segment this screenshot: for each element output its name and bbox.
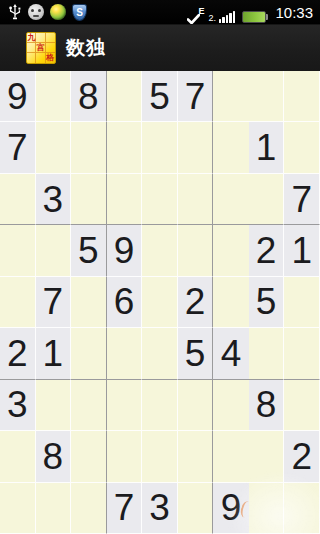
status-icons-right: E 2. 10:33 bbox=[187, 0, 316, 25]
app-icon-cell: 宫 bbox=[36, 43, 45, 53]
cell-r9c8[interactable] bbox=[249, 483, 285, 534]
signal-bars-icon bbox=[219, 11, 236, 23]
cell-r2c3[interactable] bbox=[71, 122, 107, 173]
robot-icon bbox=[28, 4, 44, 20]
cell-r4c4: 9 bbox=[107, 225, 143, 276]
cell-r9c4: 7 bbox=[107, 483, 143, 534]
cell-r8c9: 2 bbox=[284, 431, 320, 482]
status-icons-left: S bbox=[8, 4, 87, 21]
title-bar: 九 宫 格 数独 bbox=[0, 25, 320, 71]
cell-r9c3[interactable] bbox=[71, 483, 107, 534]
app-icon-cell bbox=[27, 43, 36, 53]
cell-r1c3: 8 bbox=[71, 71, 107, 122]
cell-r9c2[interactable] bbox=[36, 483, 72, 534]
cell-r4c1[interactable] bbox=[0, 225, 36, 276]
cell-r3c4[interactable] bbox=[107, 174, 143, 225]
cell-r1c4[interactable] bbox=[107, 71, 143, 122]
cell-r6c4[interactable] bbox=[107, 328, 143, 379]
cell-r8c5[interactable] bbox=[142, 431, 178, 482]
cell-r1c1: 9 bbox=[0, 71, 36, 122]
cell-r6c9[interactable] bbox=[284, 328, 320, 379]
cell-r9c1[interactable] bbox=[0, 483, 36, 534]
cell-r2c9[interactable] bbox=[284, 122, 320, 173]
sudoku-board: 985771375921762521543882739 bbox=[0, 71, 320, 534]
cell-r6c7: 4 bbox=[213, 328, 249, 379]
cell-r6c1: 2 bbox=[0, 328, 36, 379]
cell-r7c8: 8 bbox=[249, 380, 285, 431]
cell-r3c9: 7 bbox=[284, 174, 320, 225]
cell-r2c1: 7 bbox=[0, 122, 36, 173]
cell-r8c7[interactable] bbox=[213, 431, 249, 482]
cell-r6c3[interactable] bbox=[71, 328, 107, 379]
cell-r7c1: 3 bbox=[0, 380, 36, 431]
cell-r6c8[interactable] bbox=[249, 328, 285, 379]
app-icon-cell: 格 bbox=[46, 53, 55, 63]
cell-r5c1[interactable] bbox=[0, 277, 36, 328]
cell-r7c2[interactable] bbox=[36, 380, 72, 431]
cell-r4c3: 5 bbox=[71, 225, 107, 276]
cell-r2c8: 1 bbox=[249, 122, 285, 173]
app-icon-cell bbox=[36, 33, 45, 43]
cell-r4c5[interactable] bbox=[142, 225, 178, 276]
cell-r4c9: 1 bbox=[284, 225, 320, 276]
app-icon-cell bbox=[36, 53, 45, 63]
cell-r1c7[interactable] bbox=[213, 71, 249, 122]
cell-r6c5[interactable] bbox=[142, 328, 178, 379]
cell-r2c7[interactable] bbox=[213, 122, 249, 173]
cell-r1c6: 7 bbox=[178, 71, 214, 122]
cell-r3c5[interactable] bbox=[142, 174, 178, 225]
cell-r5c6: 2 bbox=[178, 277, 214, 328]
cell-r2c2[interactable] bbox=[36, 122, 72, 173]
cell-r8c4[interactable] bbox=[107, 431, 143, 482]
cell-r6c2: 1 bbox=[36, 328, 72, 379]
cell-r7c3[interactable] bbox=[71, 380, 107, 431]
usb-icon bbox=[8, 4, 22, 21]
cell-r3c7[interactable] bbox=[213, 174, 249, 225]
cell-r1c8[interactable] bbox=[249, 71, 285, 122]
cell-r4c6[interactable] bbox=[178, 225, 214, 276]
cell-r4c2[interactable] bbox=[36, 225, 72, 276]
cell-r8c8[interactable] bbox=[249, 431, 285, 482]
cell-r3c2: 3 bbox=[36, 174, 72, 225]
cell-r1c5: 5 bbox=[142, 71, 178, 122]
app-icon-cell bbox=[46, 33, 55, 43]
cell-r5c3[interactable] bbox=[71, 277, 107, 328]
shield-s-icon: S bbox=[72, 4, 87, 21]
cell-r5c5[interactable] bbox=[142, 277, 178, 328]
cell-r9c5: 3 bbox=[142, 483, 178, 534]
cell-r3c6[interactable] bbox=[178, 174, 214, 225]
cell-r7c9[interactable] bbox=[284, 380, 320, 431]
cell-r2c4[interactable] bbox=[107, 122, 143, 173]
cell-r7c6[interactable] bbox=[178, 380, 214, 431]
cell-r6c6: 5 bbox=[178, 328, 214, 379]
cell-r9c7: 9 bbox=[213, 483, 249, 534]
cell-r9c6[interactable] bbox=[178, 483, 214, 534]
cell-r5c7[interactable] bbox=[213, 277, 249, 328]
cell-r5c9[interactable] bbox=[284, 277, 320, 328]
cell-r9c9[interactable] bbox=[284, 483, 320, 534]
app-icon: 九 宫 格 bbox=[26, 32, 56, 64]
cell-r3c8[interactable] bbox=[249, 174, 285, 225]
cell-r2c5[interactable] bbox=[142, 122, 178, 173]
phone-screen: S E 2. 10:33 九 宫 格 数独 bbox=[0, 0, 320, 534]
cell-r4c8: 2 bbox=[249, 225, 285, 276]
cell-r1c2[interactable] bbox=[36, 71, 72, 122]
cell-r8c2: 8 bbox=[36, 431, 72, 482]
cell-r2c6[interactable] bbox=[178, 122, 214, 173]
cell-r8c1[interactable] bbox=[0, 431, 36, 482]
battery-icon bbox=[242, 11, 268, 23]
app-icon-cell: 九 bbox=[27, 33, 36, 43]
status-bar: S E 2. 10:33 bbox=[0, 0, 320, 25]
network-check-icon: E bbox=[187, 7, 204, 25]
cell-r8c6[interactable] bbox=[178, 431, 214, 482]
cell-r3c3[interactable] bbox=[71, 174, 107, 225]
app-icon-cell bbox=[46, 43, 55, 53]
cell-r7c4[interactable] bbox=[107, 380, 143, 431]
cell-r7c5[interactable] bbox=[142, 380, 178, 431]
cell-r4c7[interactable] bbox=[213, 225, 249, 276]
cell-r8c3[interactable] bbox=[71, 431, 107, 482]
cell-r7c7[interactable] bbox=[213, 380, 249, 431]
sphere-icon bbox=[50, 4, 66, 20]
cell-r5c8: 5 bbox=[249, 277, 285, 328]
cell-r3c1[interactable] bbox=[0, 174, 36, 225]
cell-r5c2: 7 bbox=[36, 277, 72, 328]
page-title: 数独 bbox=[66, 35, 106, 61]
app-icon-cell bbox=[27, 53, 36, 63]
cell-r1c9[interactable] bbox=[284, 71, 320, 122]
cell-r5c4: 6 bbox=[107, 277, 143, 328]
sim-indicator-label: 2. bbox=[208, 13, 216, 23]
clock-label: 10:33 bbox=[275, 0, 313, 25]
